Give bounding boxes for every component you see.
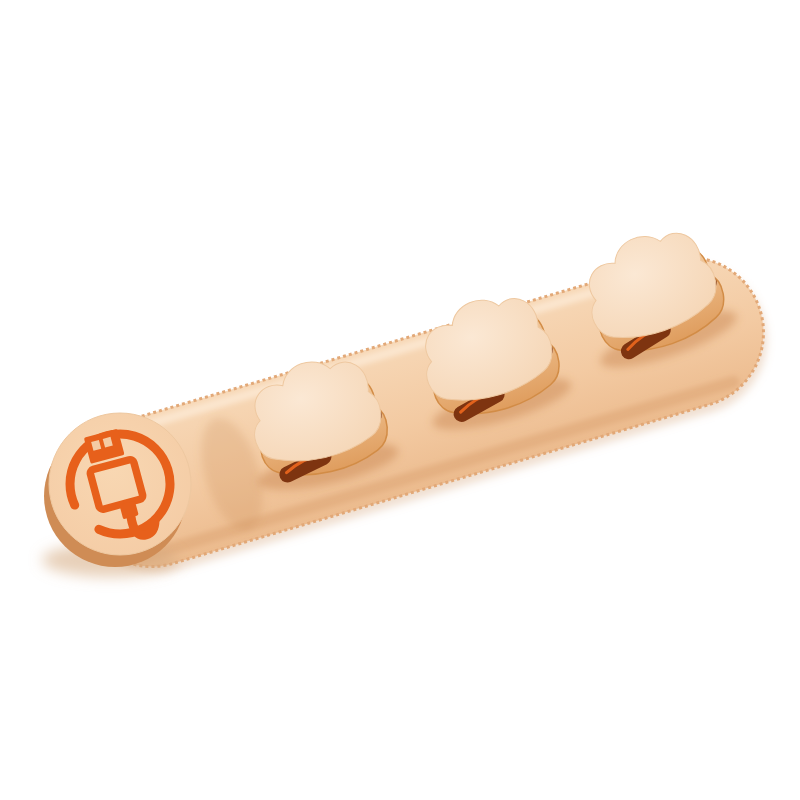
logo-badge [42, 413, 191, 577]
product-photo [0, 0, 800, 800]
cable-organizer-image [0, 0, 800, 800]
